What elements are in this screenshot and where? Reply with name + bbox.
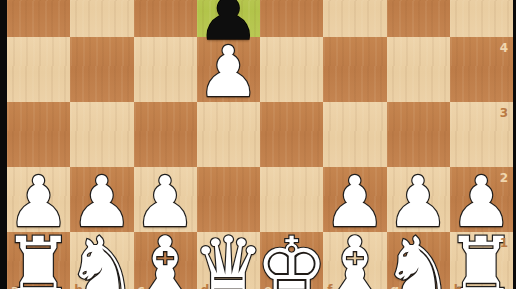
- file-label-a: a: [11, 283, 19, 289]
- white-pawn-d4: ♟: [197, 39, 260, 104]
- file-label-b: b: [74, 283, 83, 289]
- white-king-e1: ♚: [260, 234, 323, 289]
- white-bishop-f1: ♝: [323, 234, 386, 289]
- square-a4[interactable]: [7, 37, 70, 102]
- white-pawn-h2: ♟: [450, 169, 513, 234]
- chess-board: ♟5♟43♟♟♟♟♟♟2♜a♞b♝c♛d♚e♝f♞g♜1h: [7, 0, 513, 289]
- square-b1[interactable]: ♞b: [70, 232, 133, 289]
- square-e4[interactable]: [260, 37, 323, 102]
- square-c4[interactable]: [134, 37, 197, 102]
- square-c5[interactable]: [134, 0, 197, 37]
- rank-label-1: 1: [500, 236, 508, 250]
- white-pawn-a2: ♟: [7, 169, 70, 234]
- square-d1[interactable]: ♛d: [197, 232, 260, 289]
- file-label-f: f: [327, 283, 332, 289]
- square-d4[interactable]: ♟: [197, 37, 260, 102]
- square-b4[interactable]: [70, 37, 133, 102]
- square-e3[interactable]: [260, 102, 323, 167]
- square-h2[interactable]: ♟2: [450, 167, 513, 232]
- square-g3[interactable]: [387, 102, 450, 167]
- file-label-h: h: [454, 283, 463, 289]
- square-d2[interactable]: [197, 167, 260, 232]
- square-h3[interactable]: 3: [450, 102, 513, 167]
- rank-label-3: 3: [500, 106, 508, 120]
- square-g2[interactable]: ♟: [387, 167, 450, 232]
- white-queen-d1: ♛: [197, 234, 260, 289]
- square-e2[interactable]: [260, 167, 323, 232]
- square-b5[interactable]: [70, 0, 133, 37]
- square-a3[interactable]: [7, 102, 70, 167]
- file-label-d: d: [201, 283, 210, 289]
- letterbox-left-bar: [0, 0, 7, 289]
- file-label-c: c: [138, 283, 145, 289]
- white-pawn-f2: ♟: [323, 169, 386, 234]
- square-a5[interactable]: [7, 0, 70, 37]
- square-d5[interactable]: ♟: [197, 0, 260, 37]
- rank-label-4: 4: [500, 41, 508, 55]
- square-c1[interactable]: ♝c: [134, 232, 197, 289]
- square-e5[interactable]: [260, 0, 323, 37]
- square-a1[interactable]: ♜a: [7, 232, 70, 289]
- square-h1[interactable]: ♜1h: [450, 232, 513, 289]
- square-f2[interactable]: ♟: [323, 167, 386, 232]
- square-c3[interactable]: [134, 102, 197, 167]
- square-d3[interactable]: [197, 102, 260, 167]
- file-label-e: e: [264, 283, 272, 289]
- white-pawn-b2: ♟: [70, 169, 133, 234]
- square-g4[interactable]: [387, 37, 450, 102]
- white-rook-h1: ♜: [450, 234, 513, 289]
- white-knight-b1: ♞: [70, 234, 133, 289]
- rank-label-2: 2: [500, 171, 508, 185]
- video-frame: ♟5♟43♟♟♟♟♟♟2♜a♞b♝c♛d♚e♝f♞g♜1h: [0, 0, 516, 289]
- square-c2[interactable]: ♟: [134, 167, 197, 232]
- square-h5[interactable]: 5: [450, 0, 513, 37]
- square-g5[interactable]: [387, 0, 450, 37]
- file-label-g: g: [391, 283, 400, 289]
- white-pawn-c2: ♟: [134, 169, 197, 234]
- square-b3[interactable]: [70, 102, 133, 167]
- square-b2[interactable]: ♟: [70, 167, 133, 232]
- white-rook-a1: ♜: [7, 234, 70, 289]
- square-e1[interactable]: ♚e: [260, 232, 323, 289]
- white-bishop-c1: ♝: [134, 234, 197, 289]
- white-knight-g1: ♞: [387, 234, 450, 289]
- square-f5[interactable]: [323, 0, 386, 37]
- square-f1[interactable]: ♝f: [323, 232, 386, 289]
- white-pawn-g2: ♟: [387, 169, 450, 234]
- square-g1[interactable]: ♞g: [387, 232, 450, 289]
- square-f4[interactable]: [323, 37, 386, 102]
- square-h4[interactable]: 4: [450, 37, 513, 102]
- square-a2[interactable]: ♟: [7, 167, 70, 232]
- square-f3[interactable]: [323, 102, 386, 167]
